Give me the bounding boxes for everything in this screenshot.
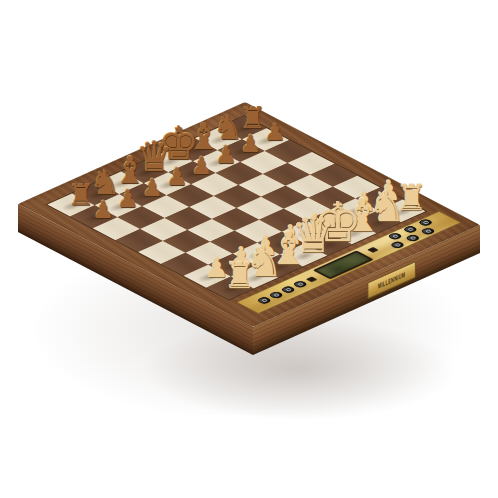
key-10[interactable] (420, 227, 437, 235)
black-pawn-a7[interactable]: ♟ (92, 199, 114, 222)
black-pawn-b7[interactable]: ♟ (117, 188, 139, 211)
sensor-right[interactable] (367, 247, 379, 253)
black-pawn-h7[interactable]: ♟ (264, 122, 286, 145)
chess-computer-photo: MILLENNIUM ♜♞♝♛♚♝♞♜♟♟♟♟♟♟♟♟♟♟♟♟♟♟♟♟♜♞♝♛♚… (0, 0, 498, 498)
sensor-left[interactable] (306, 277, 318, 283)
brand-text: MILLENNIUM (378, 271, 405, 290)
key-2[interactable] (268, 291, 285, 299)
black-pawn-g7[interactable]: ♟ (240, 133, 262, 156)
chess-board: ♜♞♝♛♚♝♞♜♟♟♟♟♟♟♟♟♟♟♟♟♟♟♟♟♜♞♝♛♚♝♞♜ (18, 102, 480, 327)
key-9[interactable] (404, 234, 421, 242)
key-8[interactable] (389, 241, 406, 249)
black-pawn-c7[interactable]: ♟ (141, 177, 163, 200)
key-4[interactable] (292, 280, 309, 288)
black-pawn-f7[interactable]: ♟ (215, 144, 237, 167)
key-1[interactable] (256, 296, 273, 304)
black-pawn-e7[interactable]: ♟ (191, 155, 213, 178)
key-3[interactable] (280, 286, 297, 294)
key-7[interactable] (417, 218, 434, 226)
key-5[interactable] (387, 232, 404, 240)
black-rook-a8[interactable]: ♜ (67, 181, 94, 209)
white-rook-a1[interactable]: ♜ (223, 259, 255, 293)
black-pawn-d7[interactable]: ♟ (166, 166, 188, 189)
